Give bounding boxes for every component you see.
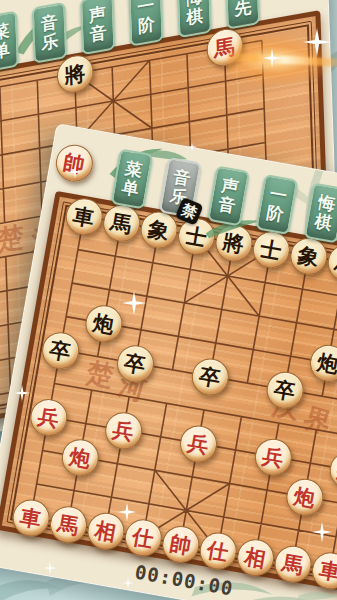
- menu-tile-menu: 菜单: [0, 10, 19, 72]
- menu-tile-music: 音乐: [32, 2, 67, 64]
- menu-tile-level: 一阶: [128, 0, 163, 47]
- game-screen: 楚河 汉界 將馬 菜单音乐声音一阶悔棋先 楚河 汉界 車馬象士將士象馬車炮炮卒卒…: [0, 0, 337, 600]
- menu-tile-undo: 悔棋: [177, 0, 212, 38]
- foreground-board-card: 楚河 汉界 車馬象士將士象馬車炮炮卒卒卒卒卒兵兵兵兵兵炮炮車馬相仕帥仕相馬車: [0, 123, 337, 600]
- red-general-badge: 帥: [53, 141, 96, 184]
- menu-tile-sound: 声音: [80, 0, 115, 55]
